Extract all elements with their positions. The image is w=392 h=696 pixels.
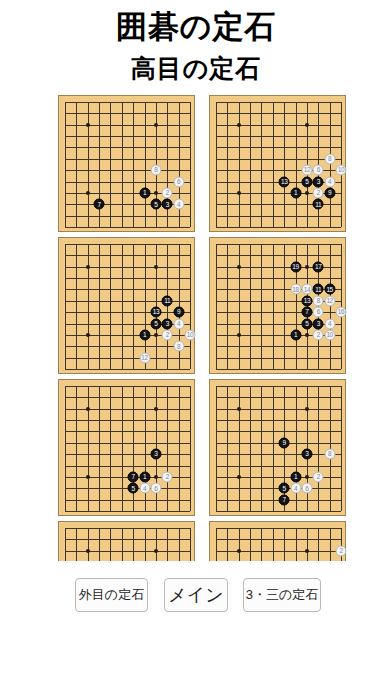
black-stone-3: 3 xyxy=(162,318,173,329)
white-stone-6: 6 xyxy=(313,165,324,176)
white-stone-2: 2 xyxy=(313,471,324,482)
joseki-board-4[interactable]: 1234567810111213141516171819 xyxy=(209,237,347,375)
white-stone-8: 8 xyxy=(324,449,335,460)
star-point xyxy=(237,333,241,337)
black-stone-9: 9 xyxy=(279,437,290,448)
black-stone-9: 9 xyxy=(324,187,335,198)
star-point xyxy=(86,191,90,195)
joseki-board-8[interactable]: 2 xyxy=(209,521,347,561)
black-stone-13: 13 xyxy=(279,176,290,187)
nav-button-sotome-joseki[interactable]: 外目の定石 xyxy=(75,578,148,612)
black-stone-3: 3 xyxy=(162,199,173,210)
black-stone-3: 3 xyxy=(313,176,324,187)
white-stone-6: 6 xyxy=(150,483,161,494)
white-stone-4: 4 xyxy=(173,199,184,210)
goban-grid: 1234567 xyxy=(58,379,195,516)
black-stone-1: 1 xyxy=(139,471,150,482)
star-point xyxy=(305,407,309,411)
joseki-board-2[interactable]: 1234568910111213 xyxy=(209,95,347,233)
star-point xyxy=(305,265,309,269)
black-stone-7: 7 xyxy=(279,494,290,505)
star-point xyxy=(86,475,90,479)
white-stone-14: 14 xyxy=(301,284,312,295)
black-stone-13: 13 xyxy=(150,307,161,318)
star-point xyxy=(154,333,158,337)
bottom-toolbar: 外目の定石 メイン 3・三の定石 xyxy=(0,578,392,612)
star-point xyxy=(305,123,309,127)
white-stone-10: 10 xyxy=(185,329,196,340)
goban-grid: 1234567810111213141516171819 xyxy=(209,237,346,374)
white-stone-8: 8 xyxy=(150,165,161,176)
white-stone-2: 2 xyxy=(162,471,173,482)
white-stone-8: 8 xyxy=(324,153,335,164)
black-stone-17: 17 xyxy=(313,261,324,272)
black-stone-15: 15 xyxy=(324,284,335,295)
white-stone-2: 2 xyxy=(162,329,173,340)
star-point xyxy=(305,191,309,195)
star-point xyxy=(86,549,90,553)
white-stone-8: 8 xyxy=(173,341,184,352)
star-point xyxy=(305,549,309,553)
white-stone-12: 12 xyxy=(139,352,150,363)
joseki-board-5[interactable]: 1234567 xyxy=(58,379,196,517)
black-stone-11: 11 xyxy=(313,284,324,295)
black-stone-5: 5 xyxy=(301,318,312,329)
black-stone-1: 1 xyxy=(290,471,301,482)
joseki-board-7[interactable] xyxy=(58,521,196,561)
white-stone-4: 4 xyxy=(324,176,335,187)
black-stone-5: 5 xyxy=(279,483,290,494)
black-stone-11: 11 xyxy=(162,295,173,306)
black-stone-3: 3 xyxy=(301,449,312,460)
white-stone-12: 12 xyxy=(301,165,312,176)
white-stone-10: 10 xyxy=(324,329,335,340)
goban-grid: 123456789 xyxy=(209,379,346,516)
white-stone-10: 10 xyxy=(336,165,347,176)
white-stone-6: 6 xyxy=(301,483,312,494)
nav-button-main[interactable]: メイン xyxy=(164,578,228,612)
white-stone-8: 8 xyxy=(313,295,324,306)
star-point xyxy=(237,191,241,195)
page-title: 囲碁の定石 xyxy=(0,6,392,48)
black-stone-7: 7 xyxy=(301,307,312,318)
goban-grid: 123458910111213 xyxy=(58,237,195,374)
star-point xyxy=(154,123,158,127)
white-stone-16: 16 xyxy=(336,307,347,318)
black-stone-1: 1 xyxy=(290,329,301,340)
white-stone-2: 2 xyxy=(313,329,324,340)
white-stone-4: 4 xyxy=(139,483,150,494)
nav-button-sansan-joseki[interactable]: 3・三の定石 xyxy=(243,578,321,612)
black-stone-9: 9 xyxy=(173,307,184,318)
star-point xyxy=(86,123,90,127)
goban-grid: 2 xyxy=(209,521,346,561)
goban-grid xyxy=(58,521,195,561)
white-stone-12: 12 xyxy=(324,295,335,306)
star-point xyxy=(237,549,241,553)
black-stone-13: 13 xyxy=(301,295,312,306)
star-point xyxy=(237,475,241,479)
black-stone-3: 3 xyxy=(150,449,161,460)
black-stone-1: 1 xyxy=(139,187,150,198)
white-stone-18: 18 xyxy=(290,284,301,295)
white-stone-4: 4 xyxy=(173,318,184,329)
black-stone-1: 1 xyxy=(290,187,301,198)
white-stone-4: 4 xyxy=(324,318,335,329)
star-point xyxy=(154,191,158,195)
goban-grid: 1234568910111213 xyxy=(209,95,346,232)
star-point xyxy=(86,265,90,269)
star-point xyxy=(154,475,158,479)
star-point xyxy=(305,333,309,337)
black-stone-7: 7 xyxy=(128,471,139,482)
black-stone-5: 5 xyxy=(301,176,312,187)
star-point xyxy=(154,265,158,269)
white-stone-6: 6 xyxy=(313,307,324,318)
white-stone-2: 2 xyxy=(313,187,324,198)
page-subtitle: 高目の定石 xyxy=(0,52,392,85)
star-point xyxy=(305,475,309,479)
black-stone-5: 5 xyxy=(150,318,161,329)
white-stone-4: 4 xyxy=(290,483,301,494)
black-stone-19: 19 xyxy=(290,261,301,272)
star-point xyxy=(237,407,241,411)
star-point xyxy=(154,407,158,411)
black-stone-5: 5 xyxy=(128,483,139,494)
joseki-board-6[interactable]: 123456789 xyxy=(209,379,347,517)
white-stone-6: 6 xyxy=(173,176,184,187)
white-stone-2: 2 xyxy=(336,545,347,556)
star-point xyxy=(86,333,90,337)
goban-grid: 12345678 xyxy=(58,95,195,232)
joseki-board-1[interactable]: 12345678 xyxy=(58,95,196,233)
black-stone-3: 3 xyxy=(313,318,324,329)
white-stone-2: 2 xyxy=(162,187,173,198)
black-stone-7: 7 xyxy=(94,199,105,210)
star-point xyxy=(237,123,241,127)
joseki-board-3[interactable]: 123458910111213 xyxy=(58,237,196,375)
star-point xyxy=(86,407,90,411)
black-stone-11: 11 xyxy=(313,199,324,210)
black-stone-1: 1 xyxy=(139,329,150,340)
star-point xyxy=(154,549,158,553)
star-point xyxy=(237,265,241,269)
black-stone-5: 5 xyxy=(150,199,161,210)
